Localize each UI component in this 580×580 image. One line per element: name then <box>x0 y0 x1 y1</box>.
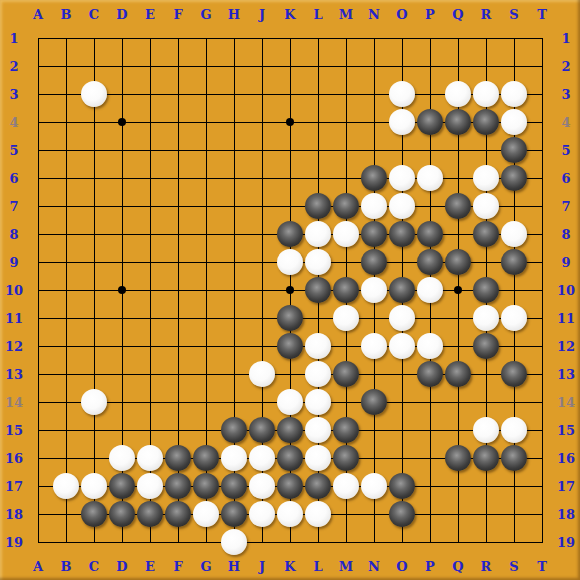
white-stone[interactable] <box>305 389 331 415</box>
coordinate-label: N <box>368 8 380 21</box>
white-stone[interactable] <box>81 473 107 499</box>
white-stone[interactable] <box>277 389 303 415</box>
black-stone[interactable] <box>277 305 303 331</box>
coordinate-label: 4 <box>9 116 18 129</box>
black-stone[interactable] <box>165 445 191 471</box>
coordinate-label: 12 <box>557 340 575 353</box>
black-stone[interactable] <box>417 361 443 387</box>
coordinate-label: 15 <box>557 424 575 437</box>
black-stone[interactable] <box>473 109 499 135</box>
white-stone[interactable] <box>473 165 499 191</box>
coordinate-label: 18 <box>5 508 23 521</box>
white-stone[interactable] <box>501 221 527 247</box>
black-stone[interactable] <box>333 445 359 471</box>
white-stone[interactable] <box>389 165 415 191</box>
white-stone[interactable] <box>305 333 331 359</box>
white-stone[interactable] <box>137 445 163 471</box>
black-stone[interactable] <box>361 165 387 191</box>
white-stone[interactable] <box>473 417 499 443</box>
coordinate-label: 3 <box>561 88 570 101</box>
coordinate-label: M <box>339 8 353 21</box>
coordinate-label: 8 <box>9 228 18 241</box>
black-stone[interactable] <box>473 333 499 359</box>
star-point <box>286 286 294 294</box>
black-stone[interactable] <box>165 501 191 527</box>
coordinate-label: N <box>368 560 380 573</box>
coordinate-label: 7 <box>561 200 570 213</box>
white-stone[interactable] <box>249 445 275 471</box>
coordinate-label: 11 <box>557 312 575 325</box>
coordinate-label: S <box>509 8 518 21</box>
white-stone[interactable] <box>501 417 527 443</box>
coordinate-label: T <box>537 560 547 573</box>
black-stone[interactable] <box>277 333 303 359</box>
white-stone[interactable] <box>53 473 79 499</box>
black-stone[interactable] <box>109 473 135 499</box>
black-stone[interactable] <box>221 417 247 443</box>
coordinate-label: J <box>259 8 265 21</box>
white-stone[interactable] <box>333 473 359 499</box>
black-stone[interactable] <box>501 445 527 471</box>
coordinate-label: 11 <box>5 312 23 325</box>
coordinate-label: C <box>89 560 99 573</box>
white-stone[interactable] <box>137 473 163 499</box>
coordinate-label: 16 <box>5 452 23 465</box>
coordinate-label: 1 <box>561 32 570 45</box>
white-stone[interactable] <box>417 165 443 191</box>
white-stone[interactable] <box>417 333 443 359</box>
black-stone[interactable] <box>417 249 443 275</box>
star-point <box>118 286 126 294</box>
white-stone[interactable] <box>361 277 387 303</box>
coordinate-label: 2 <box>9 60 18 73</box>
black-stone[interactable] <box>165 473 191 499</box>
white-stone[interactable] <box>249 501 275 527</box>
coordinate-label: 15 <box>5 424 23 437</box>
black-stone[interactable] <box>137 501 163 527</box>
black-stone[interactable] <box>193 473 219 499</box>
white-stone[interactable] <box>361 193 387 219</box>
coordinate-label: P <box>425 560 435 573</box>
white-stone[interactable] <box>305 249 331 275</box>
white-stone[interactable] <box>277 249 303 275</box>
coordinate-label: P <box>425 8 435 21</box>
black-stone[interactable] <box>445 361 471 387</box>
black-stone[interactable] <box>361 249 387 275</box>
coordinate-label: C <box>89 8 99 21</box>
coordinate-label: 3 <box>9 88 18 101</box>
black-stone[interactable] <box>445 445 471 471</box>
grid-line-horizontal <box>38 542 543 543</box>
black-stone[interactable] <box>473 277 499 303</box>
white-stone[interactable] <box>501 305 527 331</box>
coordinate-label: 9 <box>9 256 18 269</box>
black-stone[interactable] <box>333 277 359 303</box>
coordinate-label: 18 <box>557 508 575 521</box>
coordinate-label: A <box>33 8 43 21</box>
coordinate-label: 6 <box>561 172 570 185</box>
white-stone[interactable] <box>277 501 303 527</box>
coordinate-label: 10 <box>5 284 23 297</box>
coordinate-label: 5 <box>9 144 18 157</box>
coordinate-label: R <box>481 560 492 573</box>
star-point <box>454 286 462 294</box>
coordinate-label: 10 <box>557 284 575 297</box>
white-stone[interactable] <box>501 109 527 135</box>
black-stone[interactable] <box>221 473 247 499</box>
coordinate-label: 7 <box>9 200 18 213</box>
star-point <box>118 118 126 126</box>
black-stone[interactable] <box>389 221 415 247</box>
coordinate-label: 9 <box>561 256 570 269</box>
coordinate-label: 16 <box>557 452 575 465</box>
coordinate-label: 17 <box>557 480 575 493</box>
white-stone[interactable] <box>417 277 443 303</box>
black-stone[interactable] <box>501 361 527 387</box>
white-stone[interactable] <box>473 305 499 331</box>
coordinate-label: Q <box>452 8 463 21</box>
white-stone[interactable] <box>445 81 471 107</box>
coordinate-label: 19 <box>5 536 23 549</box>
coordinate-label: E <box>145 8 155 21</box>
coordinate-label: 4 <box>561 116 570 129</box>
white-stone[interactable] <box>81 81 107 107</box>
black-stone[interactable] <box>305 277 331 303</box>
black-stone[interactable] <box>473 221 499 247</box>
white-stone[interactable] <box>361 333 387 359</box>
coordinate-label: D <box>116 560 127 573</box>
coordinate-label: J <box>259 560 265 573</box>
coordinate-label: G <box>200 560 211 573</box>
coordinate-label: L <box>313 8 322 21</box>
white-stone[interactable] <box>473 81 499 107</box>
black-stone[interactable] <box>333 361 359 387</box>
white-stone[interactable] <box>81 389 107 415</box>
grid-line-vertical <box>542 38 543 543</box>
black-stone[interactable] <box>389 501 415 527</box>
coordinate-label: D <box>116 8 127 21</box>
black-stone[interactable] <box>221 501 247 527</box>
white-stone[interactable] <box>305 361 331 387</box>
coordinate-label: 19 <box>557 536 575 549</box>
white-stone[interactable] <box>249 473 275 499</box>
coordinate-label: L <box>313 560 322 573</box>
coordinate-label: K <box>284 8 295 21</box>
black-stone[interactable] <box>249 417 275 443</box>
white-stone[interactable] <box>249 361 275 387</box>
coordinate-label: 13 <box>557 368 575 381</box>
black-stone[interactable] <box>305 193 331 219</box>
coordinate-label: 12 <box>5 340 23 353</box>
coordinate-label: 1 <box>9 32 18 45</box>
black-stone[interactable] <box>445 193 471 219</box>
coordinate-label: 5 <box>561 144 570 157</box>
black-stone[interactable] <box>417 109 443 135</box>
coordinate-label: B <box>61 560 72 573</box>
white-stone[interactable] <box>305 501 331 527</box>
coordinate-label: 14 <box>557 396 575 409</box>
black-stone[interactable] <box>445 249 471 275</box>
star-point <box>286 118 294 126</box>
black-stone[interactable] <box>305 473 331 499</box>
coordinate-label: 8 <box>561 228 570 241</box>
coordinate-label: 17 <box>5 480 23 493</box>
coordinate-label: T <box>537 8 547 21</box>
coordinate-label: M <box>339 560 353 573</box>
white-stone[interactable] <box>473 193 499 219</box>
go-board[interactable]: AABBCCDDEEFFGGHHJJKKLLMMNNOOPPQQRRSSTT11… <box>0 0 580 580</box>
coordinate-label: 13 <box>5 368 23 381</box>
coordinate-label: R <box>481 8 492 21</box>
black-stone[interactable] <box>501 165 527 191</box>
white-stone[interactable] <box>305 445 331 471</box>
black-stone[interactable] <box>277 221 303 247</box>
coordinate-label: S <box>509 560 518 573</box>
coordinate-label: 6 <box>9 172 18 185</box>
coordinate-label: O <box>396 8 407 21</box>
coordinate-label: K <box>284 560 295 573</box>
black-stone[interactable] <box>333 193 359 219</box>
black-stone[interactable] <box>361 221 387 247</box>
coordinate-label: 2 <box>561 60 570 73</box>
white-stone[interactable] <box>221 529 247 555</box>
white-stone[interactable] <box>109 445 135 471</box>
black-stone[interactable] <box>333 417 359 443</box>
black-stone[interactable] <box>277 445 303 471</box>
black-stone[interactable] <box>501 249 527 275</box>
black-stone[interactable] <box>389 473 415 499</box>
coordinate-label: H <box>228 8 240 21</box>
coordinate-label: Q <box>452 560 463 573</box>
coordinate-label: A <box>33 560 43 573</box>
coordinate-label: G <box>200 8 211 21</box>
white-stone[interactable] <box>361 473 387 499</box>
coordinate-label: E <box>145 560 155 573</box>
black-stone[interactable] <box>501 137 527 163</box>
white-stone[interactable] <box>389 305 415 331</box>
white-stone[interactable] <box>333 305 359 331</box>
coordinate-label: B <box>61 8 72 21</box>
black-stone[interactable] <box>277 473 303 499</box>
black-stone[interactable] <box>361 389 387 415</box>
black-stone[interactable] <box>109 501 135 527</box>
black-stone[interactable] <box>473 445 499 471</box>
white-stone[interactable] <box>333 221 359 247</box>
white-stone[interactable] <box>305 417 331 443</box>
coordinate-label: O <box>396 560 407 573</box>
coordinate-label: H <box>228 560 240 573</box>
black-stone[interactable] <box>445 109 471 135</box>
white-stone[interactable] <box>193 501 219 527</box>
black-stone[interactable] <box>389 277 415 303</box>
black-stone[interactable] <box>277 417 303 443</box>
coordinate-label: 14 <box>5 396 23 409</box>
white-stone[interactable] <box>389 193 415 219</box>
black-stone[interactable] <box>81 501 107 527</box>
black-stone[interactable] <box>417 221 443 247</box>
white-stone[interactable] <box>389 81 415 107</box>
coordinate-label: F <box>173 560 182 573</box>
white-stone[interactable] <box>221 445 247 471</box>
white-stone[interactable] <box>389 109 415 135</box>
white-stone[interactable] <box>389 333 415 359</box>
white-stone[interactable] <box>501 81 527 107</box>
black-stone[interactable] <box>193 445 219 471</box>
white-stone[interactable] <box>305 221 331 247</box>
coordinate-label: F <box>173 8 182 21</box>
